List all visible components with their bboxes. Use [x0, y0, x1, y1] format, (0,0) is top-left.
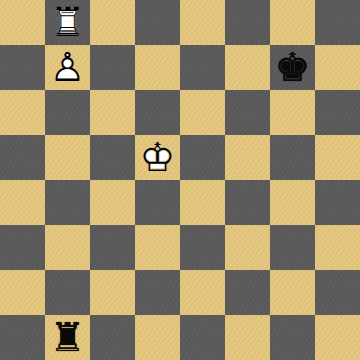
square-d1[interactable]	[135, 315, 180, 360]
black-king-piece[interactable]: ♚	[270, 45, 315, 90]
square-d3[interactable]	[135, 225, 180, 270]
square-d2[interactable]	[135, 270, 180, 315]
square-a6[interactable]	[0, 90, 45, 135]
square-c8[interactable]	[90, 0, 135, 45]
white-rook-piece[interactable]: ♜♖	[45, 0, 90, 45]
square-h3[interactable]	[315, 225, 360, 270]
square-e1[interactable]	[180, 315, 225, 360]
square-e3[interactable]	[180, 225, 225, 270]
square-d4[interactable]	[135, 180, 180, 225]
square-h1[interactable]	[315, 315, 360, 360]
square-c2[interactable]	[90, 270, 135, 315]
square-g8[interactable]	[270, 0, 315, 45]
square-h7[interactable]	[315, 45, 360, 90]
square-d7[interactable]	[135, 45, 180, 90]
square-f3[interactable]	[225, 225, 270, 270]
square-b3[interactable]	[45, 225, 90, 270]
square-a1[interactable]	[0, 315, 45, 360]
square-e7[interactable]	[180, 45, 225, 90]
square-f8[interactable]	[225, 0, 270, 45]
pawn-glyph-outline: ♙	[45, 45, 90, 90]
square-g6[interactable]	[270, 90, 315, 135]
square-d8[interactable]	[135, 0, 180, 45]
square-g1[interactable]	[270, 315, 315, 360]
square-f4[interactable]	[225, 180, 270, 225]
rook-glyph-fill: ♜	[45, 315, 90, 360]
square-h8[interactable]	[315, 0, 360, 45]
square-b8[interactable]: ♜♖	[45, 0, 90, 45]
square-g7[interactable]: ♚	[270, 45, 315, 90]
square-h5[interactable]	[315, 135, 360, 180]
square-a7[interactable]	[0, 45, 45, 90]
rook-glyph-outline: ♖	[45, 0, 90, 45]
square-c5[interactable]	[90, 135, 135, 180]
chess-board-wrapper: ♜♖♟♙♚♚♔♜	[0, 0, 360, 360]
square-a5[interactable]	[0, 135, 45, 180]
square-f5[interactable]	[225, 135, 270, 180]
square-f6[interactable]	[225, 90, 270, 135]
square-h4[interactable]	[315, 180, 360, 225]
square-f1[interactable]	[225, 315, 270, 360]
square-b1[interactable]: ♜	[45, 315, 90, 360]
square-e8[interactable]	[180, 0, 225, 45]
square-c3[interactable]	[90, 225, 135, 270]
square-f2[interactable]	[225, 270, 270, 315]
square-b7[interactable]: ♟♙	[45, 45, 90, 90]
square-b5[interactable]	[45, 135, 90, 180]
square-e5[interactable]	[180, 135, 225, 180]
square-b4[interactable]	[45, 180, 90, 225]
square-g3[interactable]	[270, 225, 315, 270]
square-e2[interactable]	[180, 270, 225, 315]
square-a8[interactable]	[0, 0, 45, 45]
black-rook-piece[interactable]: ♜	[45, 315, 90, 360]
square-c7[interactable]	[90, 45, 135, 90]
square-g2[interactable]	[270, 270, 315, 315]
square-e6[interactable]	[180, 90, 225, 135]
square-a4[interactable]	[0, 180, 45, 225]
square-h6[interactable]	[315, 90, 360, 135]
square-a2[interactable]	[0, 270, 45, 315]
square-g4[interactable]	[270, 180, 315, 225]
white-king-piece[interactable]: ♚♔	[135, 135, 180, 180]
square-b2[interactable]	[45, 270, 90, 315]
square-g5[interactable]	[270, 135, 315, 180]
square-f7[interactable]	[225, 45, 270, 90]
square-d6[interactable]	[135, 90, 180, 135]
square-a3[interactable]	[0, 225, 45, 270]
square-h2[interactable]	[315, 270, 360, 315]
square-b6[interactable]	[45, 90, 90, 135]
chess-board: ♜♖♟♙♚♚♔♜	[0, 0, 360, 360]
square-c6[interactable]	[90, 90, 135, 135]
square-d5[interactable]: ♚♔	[135, 135, 180, 180]
king-glyph-outline: ♔	[135, 135, 180, 180]
white-pawn-piece[interactable]: ♟♙	[45, 45, 90, 90]
square-c1[interactable]	[90, 315, 135, 360]
king-glyph-fill: ♚	[270, 45, 315, 90]
square-e4[interactable]	[180, 180, 225, 225]
square-c4[interactable]	[90, 180, 135, 225]
